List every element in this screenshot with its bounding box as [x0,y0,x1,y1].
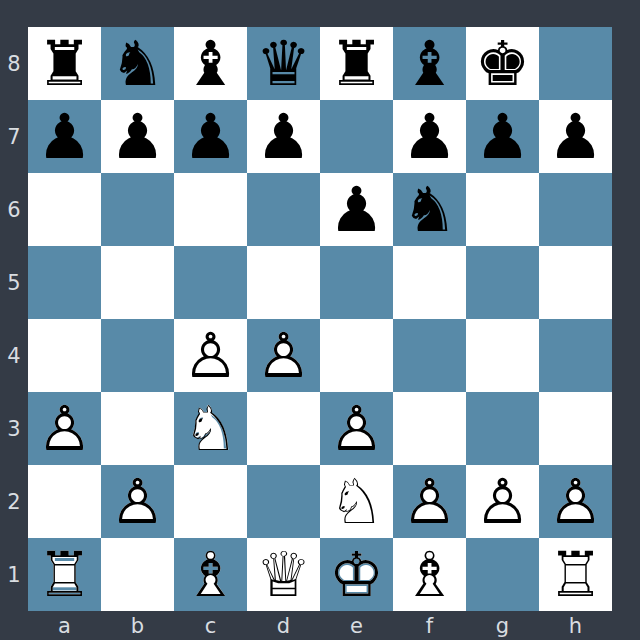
square-a7[interactable]: ♟ [28,100,101,173]
white-knight[interactable]: ♞♘ [174,392,247,465]
square-h2[interactable]: ♟♙ [539,465,612,538]
piece-outline: ♖ [539,538,612,611]
square-h5[interactable] [539,246,612,319]
square-g5[interactable] [466,246,539,319]
square-d6[interactable] [247,173,320,246]
file-label-b: b [101,611,174,640]
square-b3[interactable] [101,392,174,465]
square-h8[interactable] [539,27,612,100]
chess-diagram: ♜♞♝♛♜♝♚♟♟♟♟♟♟♟♟♞♟♙♟♙♟♙♞♘♟♙♟♙♞♘♟♙♟♙♟♙♜♖♝♗… [0,0,640,640]
square-f1[interactable]: ♝♗ [393,538,466,611]
square-h7[interactable]: ♟ [539,100,612,173]
rank-label-1: 1 [0,538,28,611]
square-e3[interactable]: ♟♙ [320,392,393,465]
white-pawn[interactable]: ♟♙ [466,465,539,538]
rank-label-2: 2 [0,465,28,538]
piece-outline: ♙ [174,319,247,392]
white-pawn[interactable]: ♟♙ [539,465,612,538]
piece-outline: ♙ [320,392,393,465]
square-d8[interactable]: ♛ [247,27,320,100]
piece-fill: ♟ [320,173,393,246]
square-c4[interactable]: ♟♙ [174,319,247,392]
piece-fill: ♞ [393,173,466,246]
square-f2[interactable]: ♟♙ [393,465,466,538]
square-f7[interactable]: ♟ [393,100,466,173]
white-bishop[interactable]: ♝♗ [174,538,247,611]
square-f4[interactable] [393,319,466,392]
piece-fill: ♛ [247,27,320,100]
square-b4[interactable] [101,319,174,392]
square-b5[interactable] [101,246,174,319]
square-c8[interactable]: ♝ [174,27,247,100]
piece-outline: ♙ [101,465,174,538]
black-knight[interactable]: ♞ [101,27,174,100]
black-pawn[interactable]: ♟ [320,173,393,246]
white-pawn[interactable]: ♟♙ [174,319,247,392]
square-b7[interactable]: ♟ [101,100,174,173]
square-f6[interactable]: ♞ [393,173,466,246]
piece-outline: ♘ [174,392,247,465]
square-g2[interactable]: ♟♙ [466,465,539,538]
square-g3[interactable] [466,392,539,465]
white-rook[interactable]: ♜♖ [28,538,101,611]
piece-fill: ♝ [393,27,466,100]
white-pawn[interactable]: ♟♙ [247,319,320,392]
black-pawn[interactable]: ♟ [28,100,101,173]
square-d7[interactable]: ♟ [247,100,320,173]
piece-outline: ♙ [28,392,101,465]
rank-labels: 87654321 [0,27,28,611]
piece-fill: ♟ [393,100,466,173]
chess-board: ♜♞♝♛♜♝♚♟♟♟♟♟♟♟♟♞♟♙♟♙♟♙♞♘♟♙♟♙♞♘♟♙♟♙♟♙♜♖♝♗… [28,27,612,611]
piece-outline: ♙ [466,465,539,538]
rank-label-4: 4 [0,319,28,392]
square-c2[interactable] [174,465,247,538]
white-pawn[interactable]: ♟♙ [101,465,174,538]
white-knight[interactable]: ♞♘ [320,465,393,538]
square-e2[interactable]: ♞♘ [320,465,393,538]
black-pawn[interactable]: ♟ [174,100,247,173]
square-e7[interactable] [320,100,393,173]
square-h6[interactable] [539,173,612,246]
piece-outline: ♕ [247,538,320,611]
square-f8[interactable]: ♝ [393,27,466,100]
black-pawn[interactable]: ♟ [247,100,320,173]
square-d4[interactable]: ♟♙ [247,319,320,392]
white-pawn[interactable]: ♟♙ [28,392,101,465]
piece-outline: ♖ [28,538,101,611]
square-h4[interactable] [539,319,612,392]
square-c5[interactable] [174,246,247,319]
square-c1[interactable]: ♝♗ [174,538,247,611]
square-e5[interactable] [320,246,393,319]
piece-fill: ♜ [320,27,393,100]
black-knight[interactable]: ♞ [393,173,466,246]
piece-fill: ♜ [28,27,101,100]
file-label-c: c [174,611,247,640]
file-label-f: f [393,611,466,640]
square-g4[interactable] [466,319,539,392]
square-b8[interactable]: ♞ [101,27,174,100]
square-a3[interactable]: ♟♙ [28,392,101,465]
piece-outline: ♙ [539,465,612,538]
piece-outline: ♗ [174,538,247,611]
piece-outline: ♘ [320,465,393,538]
file-label-d: d [247,611,320,640]
square-g1[interactable] [466,538,539,611]
square-h3[interactable] [539,392,612,465]
square-f3[interactable] [393,392,466,465]
rank-label-5: 5 [0,246,28,319]
white-pawn[interactable]: ♟♙ [320,392,393,465]
file-label-e: e [320,611,393,640]
square-a2[interactable] [28,465,101,538]
black-pawn[interactable]: ♟ [393,100,466,173]
piece-fill: ♟ [247,100,320,173]
square-e6[interactable]: ♟ [320,173,393,246]
piece-outline: ♔ [320,538,393,611]
square-d3[interactable] [247,392,320,465]
file-label-a: a [28,611,101,640]
rank-label-7: 7 [0,100,28,173]
square-a5[interactable] [28,246,101,319]
piece-fill: ♝ [174,27,247,100]
square-d5[interactable] [247,246,320,319]
square-b1[interactable] [101,538,174,611]
square-e1[interactable]: ♚♔ [320,538,393,611]
square-g8[interactable]: ♚ [466,27,539,100]
black-queen[interactable]: ♛ [247,27,320,100]
square-a8[interactable]: ♜ [28,27,101,100]
white-queen[interactable]: ♛♕ [247,538,320,611]
square-e4[interactable] [320,319,393,392]
rank-label-6: 6 [0,173,28,246]
piece-fill: ♟ [174,100,247,173]
piece-fill: ♟ [101,100,174,173]
piece-fill: ♚ [466,27,539,100]
square-g7[interactable]: ♟ [466,100,539,173]
piece-outline: ♗ [393,538,466,611]
square-d2[interactable] [247,465,320,538]
file-label-h: h [539,611,612,640]
white-pawn[interactable]: ♟♙ [393,465,466,538]
square-d1[interactable]: ♛♕ [247,538,320,611]
square-c7[interactable]: ♟ [174,100,247,173]
square-c3[interactable]: ♞♘ [174,392,247,465]
black-pawn[interactable]: ♟ [539,100,612,173]
black-bishop[interactable]: ♝ [174,27,247,100]
black-king[interactable]: ♚ [466,27,539,100]
piece-fill: ♞ [101,27,174,100]
file-label-g: g [466,611,539,640]
square-h1[interactable]: ♜♖ [539,538,612,611]
piece-outline: ♙ [393,465,466,538]
square-b6[interactable] [101,173,174,246]
piece-fill: ♟ [466,100,539,173]
file-labels: abcdefgh [28,611,612,640]
piece-fill: ♟ [539,100,612,173]
black-pawn[interactable]: ♟ [101,100,174,173]
white-bishop[interactable]: ♝♗ [393,538,466,611]
square-a6[interactable] [28,173,101,246]
black-rook[interactable]: ♜ [320,27,393,100]
piece-outline: ♙ [247,319,320,392]
rank-label-8: 8 [0,27,28,100]
rank-label-3: 3 [0,392,28,465]
square-g6[interactable] [466,173,539,246]
square-a4[interactable] [28,319,101,392]
white-rook[interactable]: ♜♖ [539,538,612,611]
square-a1[interactable]: ♜♖ [28,538,101,611]
piece-fill: ♟ [28,100,101,173]
white-king[interactable]: ♚♔ [320,538,393,611]
square-f5[interactable] [393,246,466,319]
black-pawn[interactable]: ♟ [466,100,539,173]
square-e8[interactable]: ♜ [320,27,393,100]
black-rook[interactable]: ♜ [28,27,101,100]
square-c6[interactable] [174,173,247,246]
square-b2[interactable]: ♟♙ [101,465,174,538]
black-bishop[interactable]: ♝ [393,27,466,100]
